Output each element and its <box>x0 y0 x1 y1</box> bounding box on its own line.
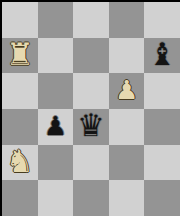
square-c7[interactable] <box>73 38 109 74</box>
black-bishop-e7[interactable]: ♝ <box>148 39 176 70</box>
square-d5[interactable] <box>109 109 145 145</box>
square-e8[interactable] <box>144 2 180 38</box>
white-pawn-d6[interactable]: ♟ <box>115 77 138 103</box>
square-d8[interactable] <box>109 2 145 38</box>
square-e4[interactable] <box>144 145 180 181</box>
square-c3[interactable] <box>73 180 109 216</box>
square-a4[interactable]: ♞ <box>2 145 38 181</box>
square-a8[interactable] <box>2 2 38 38</box>
white-rook-a7[interactable]: ♜ <box>6 39 34 70</box>
square-b8[interactable] <box>38 2 74 38</box>
square-a7[interactable]: ♜ <box>2 38 38 74</box>
chess-board-frame: ♜♝♟♟♛♞ <box>0 0 180 216</box>
square-b4[interactable] <box>38 145 74 181</box>
square-b6[interactable] <box>38 73 74 109</box>
white-knight-a4[interactable]: ♞ <box>6 146 34 177</box>
square-e7[interactable]: ♝ <box>144 38 180 74</box>
square-c5[interactable]: ♛ <box>73 109 109 145</box>
black-pawn-b5[interactable]: ♟ <box>44 113 67 139</box>
square-d7[interactable] <box>109 38 145 74</box>
square-a3[interactable] <box>2 180 38 216</box>
square-e6[interactable] <box>144 73 180 109</box>
square-b7[interactable] <box>38 38 74 74</box>
square-c6[interactable] <box>73 73 109 109</box>
square-d6[interactable]: ♟ <box>109 73 145 109</box>
chess-board: ♜♝♟♟♛♞ <box>2 2 180 216</box>
square-b3[interactable] <box>38 180 74 216</box>
square-e3[interactable] <box>144 180 180 216</box>
square-a6[interactable] <box>2 73 38 109</box>
square-b5[interactable]: ♟ <box>38 109 74 145</box>
square-d3[interactable] <box>109 180 145 216</box>
square-e5[interactable] <box>144 109 180 145</box>
square-a5[interactable] <box>2 109 38 145</box>
square-c4[interactable] <box>73 145 109 181</box>
square-d4[interactable] <box>109 145 145 181</box>
black-queen-c5[interactable]: ♛ <box>77 110 105 141</box>
square-c8[interactable] <box>73 2 109 38</box>
